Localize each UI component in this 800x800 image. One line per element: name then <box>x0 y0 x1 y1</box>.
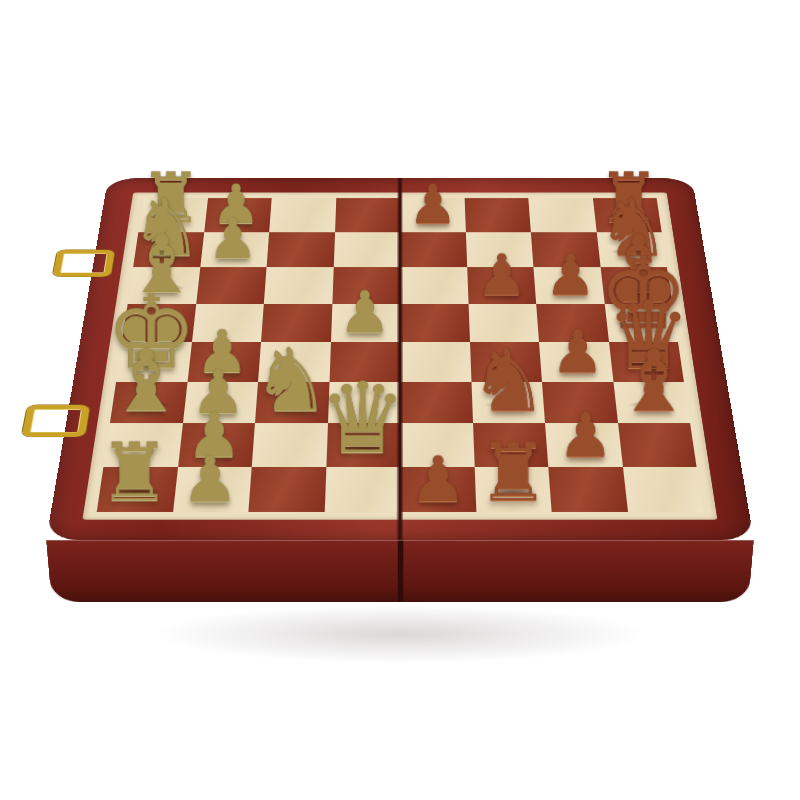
piece-copper-bishop-h3[interactable]: ♝ <box>616 339 693 425</box>
square-e8[interactable] <box>400 198 465 232</box>
wooden-box: ♜♞♝♚♝♜♟♟♟♟♟♟♞♟♛♜♞♝♚♛♝♟♟♟♟♟♟♞♜ <box>46 178 754 540</box>
square-e7[interactable] <box>400 232 467 267</box>
piece-bronze-bishop-a3[interactable]: ♝ <box>107 339 184 425</box>
product-photo-scene: ♜♞♝♚♝♜♟♟♟♟♟♟♞♟♛♜♞♝♚♛♝♟♟♟♟♟♟♞♜ <box>80 22 720 662</box>
square-e6[interactable] <box>400 267 468 304</box>
square-d8[interactable] <box>335 198 400 232</box>
square-h8[interactable] <box>592 198 661 232</box>
piece-bronze-pawn-d5[interactable]: ♟ <box>339 284 391 342</box>
square-g7[interactable] <box>531 232 600 267</box>
square-g6[interactable] <box>533 267 604 304</box>
square-b6[interactable] <box>196 267 267 304</box>
square-d7[interactable] <box>333 232 400 267</box>
square-c7[interactable] <box>267 232 335 267</box>
piece-bronze-queen-d2[interactable]: ♛ <box>319 370 407 468</box>
square-b8[interactable] <box>204 198 272 232</box>
piece-copper-pawn-g4[interactable]: ♟ <box>551 322 604 381</box>
square-f7[interactable] <box>465 232 533 267</box>
square-g8[interactable] <box>528 198 596 232</box>
piece-copper-knight-f3[interactable]: ♞ <box>470 337 549 425</box>
piece-copper-rook-f1[interactable]: ♜ <box>478 432 550 513</box>
square-a8[interactable] <box>138 198 207 232</box>
square-c6[interactable] <box>264 267 333 304</box>
piece-copper-pawn-e1[interactable]: ♟ <box>410 448 467 511</box>
piece-bronze-pawn-b1[interactable]: ♟ <box>182 448 239 511</box>
box-front-face <box>46 540 754 602</box>
chess-board-3d: ♜♞♝♚♝♜♟♟♟♟♟♟♞♟♛♜♞♝♚♛♝♟♟♟♟♟♟♞♜ <box>46 178 754 540</box>
brass-handle-bottom <box>22 405 90 437</box>
square-f8[interactable] <box>464 198 531 232</box>
square-e5[interactable] <box>400 304 470 342</box>
piece-bronze-rook-a1[interactable]: ♜ <box>98 432 170 513</box>
square-a7[interactable] <box>133 232 204 267</box>
square-f6[interactable] <box>467 267 536 304</box>
piece-copper-pawn-g2[interactable]: ♟ <box>558 404 613 466</box>
square-c8[interactable] <box>269 198 336 232</box>
box-front-seam <box>398 540 404 602</box>
square-b7[interactable] <box>200 232 269 267</box>
